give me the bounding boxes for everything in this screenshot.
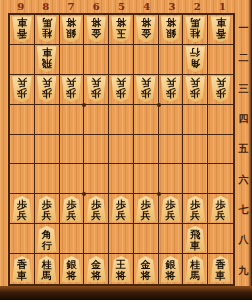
board-cell[interactable]: 桂馬 bbox=[35, 254, 60, 284]
board-cell[interactable]: 飛車 bbox=[183, 224, 208, 254]
board-cell[interactable]: 歩兵 bbox=[183, 75, 208, 105]
board-cell[interactable] bbox=[10, 164, 35, 194]
board-cell[interactable]: 香車 bbox=[208, 15, 233, 45]
file-label: 3 bbox=[159, 0, 184, 13]
piece-kanji: 歩兵 bbox=[66, 197, 76, 221]
board-cell[interactable] bbox=[10, 224, 35, 254]
shogi-piece[interactable]: 歩兵 bbox=[160, 76, 181, 102]
board-cell[interactable]: 角行 bbox=[35, 224, 60, 254]
board-cell[interactable] bbox=[60, 224, 85, 254]
board-cell[interactable] bbox=[208, 164, 233, 194]
file-label: 5 bbox=[109, 0, 134, 13]
shogi-piece[interactable]: 歩兵 bbox=[210, 76, 231, 102]
board-cell[interactable] bbox=[208, 45, 233, 75]
board-cell[interactable] bbox=[134, 135, 159, 165]
board-cell[interactable] bbox=[35, 105, 60, 135]
board-cell[interactable] bbox=[159, 45, 184, 75]
board-cell[interactable] bbox=[134, 105, 159, 135]
shogi-piece[interactable]: 角行 bbox=[185, 46, 206, 72]
shogi-piece[interactable]: 歩兵 bbox=[160, 196, 181, 222]
shogi-piece[interactable]: 金将 bbox=[86, 256, 107, 282]
file-label: 9 bbox=[8, 0, 33, 13]
board-cell[interactable] bbox=[183, 135, 208, 165]
file-label: 8 bbox=[33, 0, 58, 13]
board-cell[interactable]: 歩兵 bbox=[159, 75, 184, 105]
board-cell[interactable]: 歩兵 bbox=[60, 75, 85, 105]
shogi-piece[interactable]: 金将 bbox=[86, 16, 107, 42]
shogi-app: 987654321 香車桂馬銀将金将玉将金将銀将桂馬香車飛車角行歩兵歩兵歩兵歩兵… bbox=[0, 0, 252, 300]
piece-kanji: 銀将 bbox=[166, 257, 176, 281]
board-cell[interactable]: 金将 bbox=[84, 15, 109, 45]
shogi-piece[interactable]: 飛車 bbox=[185, 226, 206, 252]
board-cell[interactable]: 金将 bbox=[134, 254, 159, 284]
board-cell[interactable]: 香車 bbox=[10, 15, 35, 45]
piece-kanji: 銀将 bbox=[166, 17, 176, 41]
board-cell[interactable] bbox=[109, 224, 134, 254]
piece-kanji: 歩兵 bbox=[42, 197, 52, 221]
shogi-piece[interactable]: 香車 bbox=[210, 256, 231, 282]
board-cell[interactable] bbox=[84, 164, 109, 194]
shogi-piece[interactable]: 銀将 bbox=[160, 256, 181, 282]
board-cell[interactable] bbox=[60, 135, 85, 165]
board-cell[interactable]: 歩兵 bbox=[159, 194, 184, 224]
board-cell[interactable]: 香車 bbox=[208, 254, 233, 284]
board-cell[interactable]: 歩兵 bbox=[208, 194, 233, 224]
hoshi-dot bbox=[82, 192, 86, 196]
piece-kanji: 桂馬 bbox=[190, 17, 200, 41]
piece-kanji: 香車 bbox=[216, 257, 226, 281]
piece-kanji: 歩兵 bbox=[216, 197, 226, 221]
board-cell[interactable] bbox=[134, 45, 159, 75]
piece-kanji: 王将 bbox=[116, 257, 126, 281]
piece-kanji: 歩兵 bbox=[166, 77, 176, 101]
board-cell[interactable] bbox=[35, 164, 60, 194]
shogi-piece[interactable]: 歩兵 bbox=[86, 196, 107, 222]
hoshi-dot bbox=[82, 103, 86, 107]
piece-kanji: 歩兵 bbox=[141, 77, 151, 101]
board-cell[interactable] bbox=[109, 45, 134, 75]
piece-kanji: 歩兵 bbox=[216, 77, 226, 101]
board-cell[interactable] bbox=[183, 164, 208, 194]
piece-kanji: 歩兵 bbox=[91, 77, 101, 101]
board-cell[interactable] bbox=[84, 45, 109, 75]
file-label: 2 bbox=[185, 0, 210, 13]
board-cell[interactable] bbox=[35, 135, 60, 165]
shogi-piece[interactable]: 銀将 bbox=[61, 16, 82, 42]
shogi-piece[interactable]: 王将 bbox=[110, 256, 131, 282]
shogi-piece[interactable]: 金将 bbox=[135, 256, 156, 282]
board-cell[interactable]: 銀将 bbox=[60, 254, 85, 284]
piece-kanji: 歩兵 bbox=[190, 77, 200, 101]
board-cell[interactable] bbox=[159, 224, 184, 254]
board-cell[interactable]: 銀将 bbox=[159, 254, 184, 284]
board-cell[interactable] bbox=[10, 135, 35, 165]
board-cell[interactable]: 歩兵 bbox=[134, 75, 159, 105]
piece-kanji: 桂馬 bbox=[190, 257, 200, 281]
shogi-piece[interactable]: 歩兵 bbox=[61, 76, 82, 102]
board-cell[interactable]: 銀将 bbox=[159, 15, 184, 45]
board-cell[interactable]: 飛車 bbox=[35, 45, 60, 75]
board-cell[interactable]: 桂馬 bbox=[183, 15, 208, 45]
board-cell[interactable] bbox=[10, 105, 35, 135]
board-cell[interactable] bbox=[109, 164, 134, 194]
piece-kanji: 桂馬 bbox=[42, 17, 52, 41]
shogi-piece[interactable]: 玉将 bbox=[110, 16, 131, 42]
piece-kanji: 歩兵 bbox=[141, 197, 151, 221]
board-right-edge-shadow bbox=[249, 0, 252, 300]
file-label: 7 bbox=[58, 0, 83, 13]
file-label: 6 bbox=[84, 0, 109, 13]
piece-kanji: 香車 bbox=[216, 17, 226, 41]
board-cell[interactable]: 桂馬 bbox=[35, 15, 60, 45]
board-cell[interactable]: 香車 bbox=[10, 254, 35, 284]
shogi-piece[interactable]: 金将 bbox=[135, 16, 156, 42]
piece-kanji: 歩兵 bbox=[116, 197, 126, 221]
shogi-piece[interactable]: 飛車 bbox=[36, 46, 57, 72]
shogi-piece[interactable]: 桂馬 bbox=[185, 16, 206, 42]
board-cell[interactable] bbox=[183, 105, 208, 135]
shogi-piece[interactable]: 香車 bbox=[11, 256, 32, 282]
board-cell[interactable]: 歩兵 bbox=[10, 75, 35, 105]
board-cell[interactable]: 角行 bbox=[183, 45, 208, 75]
board-cell[interactable] bbox=[208, 135, 233, 165]
board-cell[interactable]: 歩兵 bbox=[109, 75, 134, 105]
piece-kanji: 金将 bbox=[91, 17, 101, 41]
piece-kanji: 歩兵 bbox=[91, 197, 101, 221]
piece-kanji: 金将 bbox=[91, 257, 101, 281]
shogi-piece[interactable]: 桂馬 bbox=[36, 16, 57, 42]
file-label: 1 bbox=[210, 0, 235, 13]
piece-kanji: 歩兵 bbox=[166, 197, 176, 221]
piece-kanji: 歩兵 bbox=[190, 197, 200, 221]
shogi-piece[interactable]: 香車 bbox=[210, 16, 231, 42]
piece-kanji: 歩兵 bbox=[17, 77, 27, 101]
board-cell[interactable] bbox=[10, 45, 35, 75]
shogi-piece[interactable]: 歩兵 bbox=[11, 196, 32, 222]
board-cell[interactable] bbox=[134, 164, 159, 194]
shogi-piece[interactable]: 桂馬 bbox=[36, 256, 57, 282]
board-cell[interactable]: 歩兵 bbox=[134, 194, 159, 224]
shogi-piece[interactable]: 銀将 bbox=[61, 256, 82, 282]
board-cell[interactable] bbox=[84, 135, 109, 165]
board-cell[interactable] bbox=[84, 224, 109, 254]
board-cell[interactable] bbox=[109, 135, 134, 165]
board-cell[interactable]: 歩兵 bbox=[35, 194, 60, 224]
board-cell[interactable]: 玉将 bbox=[109, 15, 134, 45]
shogi-piece[interactable]: 歩兵 bbox=[36, 76, 57, 102]
piece-kanji: 香車 bbox=[17, 257, 27, 281]
board-cell[interactable] bbox=[159, 164, 184, 194]
board-cell[interactable]: 歩兵 bbox=[183, 194, 208, 224]
board-cell[interactable] bbox=[60, 105, 85, 135]
shogi-piece[interactable]: 歩兵 bbox=[110, 196, 131, 222]
shogi-piece[interactable]: 歩兵 bbox=[110, 76, 131, 102]
piece-kanji: 歩兵 bbox=[66, 77, 76, 101]
board-cell[interactable]: 歩兵 bbox=[35, 75, 60, 105]
file-labels: 987654321 bbox=[8, 0, 235, 13]
board-cell[interactable]: 王将 bbox=[109, 254, 134, 284]
shogi-piece[interactable]: 歩兵 bbox=[61, 196, 82, 222]
board-cell[interactable] bbox=[159, 135, 184, 165]
shogi-piece[interactable]: 歩兵 bbox=[135, 76, 156, 102]
piece-kanji: 金将 bbox=[141, 257, 151, 281]
shogi-piece[interactable]: 歩兵 bbox=[11, 76, 32, 102]
board-cell[interactable] bbox=[134, 224, 159, 254]
shogi-piece[interactable]: 歩兵 bbox=[185, 196, 206, 222]
piece-kanji: 金将 bbox=[141, 17, 151, 41]
file-label: 4 bbox=[134, 0, 159, 13]
shogi-piece[interactable]: 桂馬 bbox=[185, 256, 206, 282]
board-cell[interactable]: 歩兵 bbox=[60, 194, 85, 224]
piece-kanji: 銀将 bbox=[66, 17, 76, 41]
piece-kanji: 角行 bbox=[190, 47, 200, 71]
board-cell[interactable]: 金将 bbox=[134, 15, 159, 45]
board-cell[interactable]: 桂馬 bbox=[183, 254, 208, 284]
shogi-piece[interactable]: 銀将 bbox=[160, 16, 181, 42]
hoshi-dot bbox=[157, 192, 161, 196]
board-cell[interactable] bbox=[84, 105, 109, 135]
board-cell[interactable] bbox=[60, 164, 85, 194]
board-cell[interactable] bbox=[159, 105, 184, 135]
shogi-piece[interactable]: 歩兵 bbox=[86, 76, 107, 102]
hoshi-dot bbox=[157, 103, 161, 107]
shogi-piece[interactable]: 香車 bbox=[11, 16, 32, 42]
piece-kanji: 玉将 bbox=[116, 17, 126, 41]
shogi-piece[interactable]: 歩兵 bbox=[185, 76, 206, 102]
board-cell[interactable] bbox=[109, 105, 134, 135]
shogi-board: 香車桂馬銀将金将玉将金将銀将桂馬香車飛車角行歩兵歩兵歩兵歩兵歩兵歩兵歩兵歩兵歩兵… bbox=[8, 13, 235, 286]
board-cell[interactable]: 歩兵 bbox=[109, 194, 134, 224]
board-cell[interactable]: 歩兵 bbox=[84, 194, 109, 224]
shogi-piece[interactable]: 歩兵 bbox=[210, 196, 231, 222]
board-cell[interactable] bbox=[60, 45, 85, 75]
board-cell[interactable]: 歩兵 bbox=[84, 75, 109, 105]
piece-kanji: 角行 bbox=[42, 227, 52, 251]
board-cell[interactable]: 歩兵 bbox=[208, 75, 233, 105]
piece-kanji: 歩兵 bbox=[116, 77, 126, 101]
board-cell[interactable]: 金将 bbox=[84, 254, 109, 284]
board-bottom-edge-shadow bbox=[0, 286, 252, 300]
piece-kanji: 飛車 bbox=[190, 227, 200, 251]
piece-kanji: 歩兵 bbox=[42, 77, 52, 101]
piece-kanji: 飛車 bbox=[42, 47, 52, 71]
board-cell[interactable]: 銀将 bbox=[60, 15, 85, 45]
board-cell[interactable]: 歩兵 bbox=[10, 194, 35, 224]
shogi-piece[interactable]: 角行 bbox=[36, 226, 57, 252]
piece-kanji: 銀将 bbox=[66, 257, 76, 281]
piece-kanji: 歩兵 bbox=[17, 197, 27, 221]
piece-kanji: 香車 bbox=[17, 17, 27, 41]
board-cell[interactable] bbox=[208, 105, 233, 135]
shogi-piece[interactable]: 歩兵 bbox=[135, 196, 156, 222]
shogi-piece[interactable]: 歩兵 bbox=[36, 196, 57, 222]
board-cell[interactable] bbox=[208, 224, 233, 254]
piece-kanji: 桂馬 bbox=[42, 257, 52, 281]
